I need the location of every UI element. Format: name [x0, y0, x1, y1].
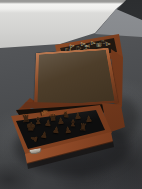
black-chess-piece: ♟: [40, 131, 48, 140]
black-chess-piece: ♜: [79, 123, 88, 133]
black-chess-piece: ♟: [30, 135, 40, 144]
drawer-pieces: ♜♚♝♞♟♛♟♟♞♟♝♟♜♟♟♟: [0, 0, 142, 189]
chess-set-photo: ♖♙♘♙♗♙♕♘♙♔ ♜♚♝♞♟♛♟♟♞♟♝♟♜♟♟♟: [0, 0, 142, 189]
black-chess-piece: ♟: [74, 113, 82, 121]
black-chess-piece: ♟: [85, 116, 93, 125]
black-chess-piece: ♟: [52, 127, 60, 136]
